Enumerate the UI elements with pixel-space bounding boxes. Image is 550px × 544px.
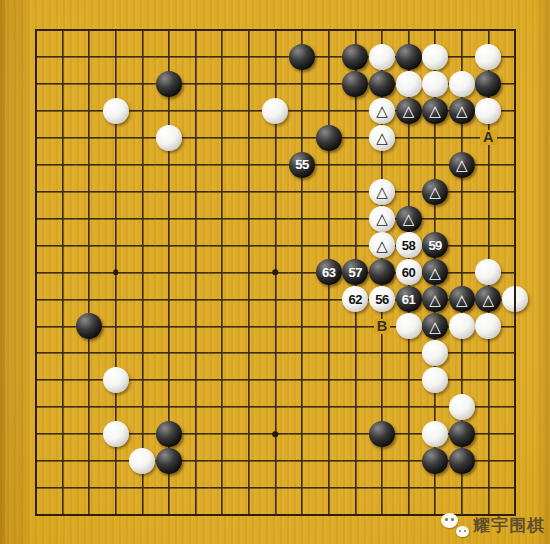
board-intersection[interactable] [236, 124, 263, 151]
board-intersection[interactable] [76, 340, 103, 367]
board-intersection[interactable] [395, 501, 422, 528]
board-intersection[interactable] [49, 501, 76, 528]
board-intersection[interactable] [475, 97, 502, 124]
board-intersection[interactable] [448, 232, 475, 259]
board-intersection[interactable] [49, 286, 76, 313]
board-intersection[interactable] [182, 232, 209, 259]
board-intersection[interactable] [76, 286, 103, 313]
board-intersection[interactable] [315, 421, 342, 448]
board-intersection[interactable] [23, 421, 50, 448]
board-intersection[interactable] [262, 259, 289, 286]
board-intersection[interactable] [156, 97, 183, 124]
board-intersection[interactable] [23, 474, 50, 501]
board-intersection[interactable] [422, 421, 449, 448]
board-intersection[interactable] [395, 151, 422, 178]
board-intersection[interactable] [129, 124, 156, 151]
board-intersection[interactable] [369, 501, 396, 528]
board-intersection[interactable] [103, 448, 130, 475]
board-intersection[interactable] [236, 151, 263, 178]
board-intersection[interactable] [395, 313, 422, 340]
board-intersection[interactable] [289, 43, 316, 70]
board-intersection[interactable] [475, 367, 502, 394]
board-intersection[interactable] [209, 151, 236, 178]
board-intersection[interactable] [129, 501, 156, 528]
board-intersection[interactable] [76, 501, 103, 528]
board-intersection[interactable] [23, 367, 50, 394]
board-intersection[interactable] [182, 340, 209, 367]
board-intersection[interactable]: △ [422, 286, 449, 313]
board-intersection[interactable] [502, 178, 529, 205]
board-intersection[interactable] [209, 178, 236, 205]
board-intersection[interactable]: △ [448, 151, 475, 178]
board-intersection[interactable]: 58 [395, 232, 422, 259]
board-intersection[interactable]: 63 [315, 259, 342, 286]
board-intersection[interactable] [448, 43, 475, 70]
board-intersection[interactable]: 55 [289, 151, 316, 178]
board-intersection[interactable] [342, 43, 369, 70]
board-intersection[interactable] [395, 43, 422, 70]
board-intersection[interactable] [315, 474, 342, 501]
board-intersection[interactable] [156, 474, 183, 501]
board-intersection[interactable] [475, 421, 502, 448]
board-intersection[interactable] [182, 178, 209, 205]
board-intersection[interactable] [23, 70, 50, 97]
board-intersection[interactable] [236, 448, 263, 475]
board-intersection[interactable]: △ [422, 313, 449, 340]
board-intersection[interactable] [315, 17, 342, 44]
board-intersection[interactable] [129, 394, 156, 421]
board-intersection[interactable] [103, 151, 130, 178]
board-intersection[interactable] [342, 178, 369, 205]
board-intersection[interactable] [129, 70, 156, 97]
board-intersection[interactable] [289, 394, 316, 421]
board-intersection[interactable] [49, 259, 76, 286]
board-intersection[interactable] [49, 124, 76, 151]
board-intersection[interactable] [236, 474, 263, 501]
board-intersection[interactable] [129, 313, 156, 340]
board-intersection[interactable] [315, 448, 342, 475]
board-intersection[interactable] [448, 367, 475, 394]
board-intersection[interactable]: A [475, 124, 502, 151]
board-intersection[interactable]: 61 [395, 286, 422, 313]
board-intersection[interactable] [76, 474, 103, 501]
board-intersection[interactable] [49, 394, 76, 421]
board-intersection[interactable] [262, 151, 289, 178]
board-intersection[interactable] [182, 474, 209, 501]
board-intersection[interactable] [103, 286, 130, 313]
board-intersection[interactable] [49, 17, 76, 44]
board-intersection[interactable] [475, 474, 502, 501]
board-intersection[interactable] [156, 501, 183, 528]
board-intersection[interactable] [49, 367, 76, 394]
board-intersection[interactable] [236, 340, 263, 367]
board-intersection[interactable] [49, 151, 76, 178]
board-intersection[interactable] [103, 178, 130, 205]
board-intersection[interactable] [129, 421, 156, 448]
board-intersection[interactable] [23, 448, 50, 475]
board-intersection[interactable] [129, 474, 156, 501]
board-intersection[interactable] [156, 70, 183, 97]
board-intersection[interactable]: △ [422, 97, 449, 124]
board-intersection[interactable]: △ [422, 259, 449, 286]
board-intersection[interactable] [448, 474, 475, 501]
board-intersection[interactable] [342, 421, 369, 448]
board-intersection[interactable] [502, 448, 529, 475]
board-intersection[interactable] [502, 70, 529, 97]
board-intersection[interactable] [76, 124, 103, 151]
board-intersection[interactable] [289, 205, 316, 232]
board-intersection[interactable] [209, 97, 236, 124]
board-intersection[interactable] [182, 286, 209, 313]
board-intersection[interactable] [289, 17, 316, 44]
board-intersection[interactable]: △ [369, 178, 396, 205]
board-intersection[interactable] [76, 151, 103, 178]
board-intersection[interactable] [23, 313, 50, 340]
board-intersection[interactable]: △ [395, 205, 422, 232]
board-intersection[interactable] [315, 286, 342, 313]
board-intersection[interactable] [262, 448, 289, 475]
board-intersection[interactable] [209, 43, 236, 70]
board-intersection[interactable] [315, 367, 342, 394]
board-intersection[interactable] [475, 43, 502, 70]
board-intersection[interactable]: △ [422, 178, 449, 205]
board-intersection[interactable]: △ [448, 286, 475, 313]
board-intersection[interactable] [76, 178, 103, 205]
board-intersection[interactable] [342, 232, 369, 259]
board-intersection[interactable] [502, 17, 529, 44]
board-intersection[interactable] [23, 259, 50, 286]
board-intersection[interactable] [236, 421, 263, 448]
board-intersection[interactable] [236, 259, 263, 286]
board-intersection[interactable] [422, 151, 449, 178]
board-intersection[interactable] [182, 97, 209, 124]
board-intersection[interactable] [395, 367, 422, 394]
board-intersection[interactable] [502, 205, 529, 232]
board-intersection[interactable] [342, 501, 369, 528]
board-intersection[interactable] [103, 340, 130, 367]
board-intersection[interactable] [369, 394, 396, 421]
board-intersection[interactable] [448, 70, 475, 97]
board-intersection[interactable] [369, 340, 396, 367]
board-intersection[interactable] [475, 17, 502, 44]
board-intersection[interactable] [76, 448, 103, 475]
board-intersection[interactable] [262, 367, 289, 394]
board-intersection[interactable] [422, 367, 449, 394]
board-intersection[interactable] [129, 43, 156, 70]
board-intersection[interactable] [182, 313, 209, 340]
board-intersection[interactable]: 57 [342, 259, 369, 286]
board-intersection[interactable] [236, 394, 263, 421]
board-intersection[interactable] [289, 259, 316, 286]
board-intersection[interactable] [502, 421, 529, 448]
board-intersection[interactable] [23, 43, 50, 70]
board-intersection[interactable] [156, 313, 183, 340]
board-intersection[interactable] [156, 340, 183, 367]
board-intersection[interactable]: △ [369, 97, 396, 124]
board-intersection[interactable] [103, 205, 130, 232]
board-intersection[interactable] [76, 259, 103, 286]
board-intersection[interactable] [236, 17, 263, 44]
board-intersection[interactable] [475, 151, 502, 178]
board-intersection[interactable] [262, 178, 289, 205]
board-intersection[interactable] [315, 178, 342, 205]
board-intersection[interactable] [422, 124, 449, 151]
board-intersection[interactable] [156, 232, 183, 259]
board-intersection[interactable] [49, 421, 76, 448]
board-intersection[interactable] [315, 43, 342, 70]
board-intersection[interactable] [262, 70, 289, 97]
board-intersection[interactable] [156, 17, 183, 44]
board-intersection[interactable] [315, 205, 342, 232]
board-intersection[interactable] [395, 474, 422, 501]
board-intersection[interactable] [422, 474, 449, 501]
board-intersection[interactable] [262, 97, 289, 124]
board-intersection[interactable] [156, 124, 183, 151]
board-intersection[interactable] [76, 232, 103, 259]
board-intersection[interactable]: △ [475, 286, 502, 313]
board-intersection[interactable] [209, 232, 236, 259]
board-intersection[interactable] [182, 17, 209, 44]
board-intersection[interactable] [262, 17, 289, 44]
board-intersection[interactable] [182, 259, 209, 286]
board-intersection[interactable] [156, 367, 183, 394]
board-intersection[interactable] [23, 232, 50, 259]
board-intersection[interactable] [422, 205, 449, 232]
board-intersection[interactable] [129, 97, 156, 124]
board-intersection[interactable] [475, 394, 502, 421]
board-intersection[interactable] [315, 313, 342, 340]
board-intersection[interactable] [342, 448, 369, 475]
board-intersection[interactable] [475, 313, 502, 340]
board-intersection[interactable] [502, 286, 529, 313]
board-intersection[interactable] [262, 286, 289, 313]
board-intersection[interactable] [103, 124, 130, 151]
board-intersection[interactable] [209, 474, 236, 501]
board-intersection[interactable] [76, 313, 103, 340]
board-intersection[interactable] [289, 421, 316, 448]
board-intersection[interactable] [475, 448, 502, 475]
board-intersection[interactable] [209, 286, 236, 313]
board-intersection[interactable] [236, 178, 263, 205]
board-intersection[interactable] [342, 340, 369, 367]
board-intersection[interactable] [49, 448, 76, 475]
board-intersection[interactable] [103, 232, 130, 259]
board-intersection[interactable] [502, 43, 529, 70]
board-intersection[interactable] [103, 313, 130, 340]
board-intersection[interactable] [76, 394, 103, 421]
board-intersection[interactable] [23, 151, 50, 178]
board-intersection[interactable] [342, 151, 369, 178]
board-intersection[interactable] [182, 394, 209, 421]
board-intersection[interactable] [129, 286, 156, 313]
board-intersection[interactable] [103, 43, 130, 70]
board-intersection[interactable] [23, 97, 50, 124]
board-intersection[interactable] [23, 286, 50, 313]
board-intersection[interactable] [502, 367, 529, 394]
board-intersection[interactable] [156, 178, 183, 205]
board-intersection[interactable] [76, 367, 103, 394]
board-intersection[interactable] [76, 205, 103, 232]
board-intersection[interactable]: △ [369, 232, 396, 259]
board-intersection[interactable] [236, 313, 263, 340]
board-intersection[interactable] [502, 97, 529, 124]
board-intersection[interactable] [289, 367, 316, 394]
board-intersection[interactable] [209, 259, 236, 286]
board-intersection[interactable] [49, 70, 76, 97]
board-intersection[interactable] [156, 43, 183, 70]
board-intersection[interactable] [502, 474, 529, 501]
board-intersection[interactable] [289, 97, 316, 124]
board-intersection[interactable] [422, 17, 449, 44]
board-intersection[interactable] [262, 232, 289, 259]
board-intersection[interactable] [156, 286, 183, 313]
board-intersection[interactable] [315, 97, 342, 124]
board-intersection[interactable] [156, 394, 183, 421]
board-intersection[interactable] [182, 70, 209, 97]
board-intersection[interactable] [502, 340, 529, 367]
board-intersection[interactable] [342, 474, 369, 501]
board-intersection[interactable] [209, 367, 236, 394]
board-intersection[interactable] [129, 367, 156, 394]
board-intersection[interactable] [475, 232, 502, 259]
board-intersection[interactable] [182, 205, 209, 232]
board-intersection[interactable] [209, 394, 236, 421]
board-intersection[interactable] [448, 205, 475, 232]
board-intersection[interactable] [395, 421, 422, 448]
board-intersection[interactable] [395, 340, 422, 367]
board-intersection[interactable] [422, 394, 449, 421]
board-intersection[interactable] [448, 394, 475, 421]
board-intersection[interactable] [448, 259, 475, 286]
board-intersection[interactable] [23, 501, 50, 528]
board-intersection[interactable] [236, 205, 263, 232]
board-intersection[interactable] [262, 394, 289, 421]
board-intersection[interactable] [103, 259, 130, 286]
board-intersection[interactable] [209, 340, 236, 367]
board-intersection[interactable] [49, 232, 76, 259]
board-intersection[interactable] [315, 124, 342, 151]
board-intersection[interactable] [262, 340, 289, 367]
board-intersection[interactable] [156, 448, 183, 475]
board-intersection[interactable] [262, 124, 289, 151]
board-intersection[interactable]: 56 [369, 286, 396, 313]
board-intersection[interactable] [103, 17, 130, 44]
board-intersection[interactable] [236, 286, 263, 313]
board-intersection[interactable] [395, 17, 422, 44]
board-intersection[interactable] [289, 178, 316, 205]
board-intersection[interactable] [236, 232, 263, 259]
board-intersection[interactable] [369, 151, 396, 178]
board-intersection[interactable] [422, 43, 449, 70]
board-intersection[interactable] [209, 448, 236, 475]
board-intersection[interactable] [103, 394, 130, 421]
board-intersection[interactable] [369, 17, 396, 44]
board-intersection[interactable] [289, 70, 316, 97]
board-intersection[interactable] [315, 340, 342, 367]
board-intersection[interactable] [23, 124, 50, 151]
board-intersection[interactable] [448, 448, 475, 475]
board-intersection[interactable] [475, 340, 502, 367]
board-intersection[interactable] [289, 232, 316, 259]
board-intersection[interactable] [49, 205, 76, 232]
board-intersection[interactable] [236, 501, 263, 528]
board-intersection[interactable] [448, 340, 475, 367]
board-intersection[interactable] [49, 474, 76, 501]
board-intersection[interactable] [289, 448, 316, 475]
board-intersection[interactable] [475, 205, 502, 232]
board-intersection[interactable] [342, 124, 369, 151]
board-intersection[interactable] [129, 205, 156, 232]
board-intersection[interactable] [209, 313, 236, 340]
board-intersection[interactable] [209, 205, 236, 232]
board-intersection[interactable] [342, 367, 369, 394]
board-intersection[interactable] [315, 501, 342, 528]
board-intersection[interactable] [369, 259, 396, 286]
board-intersection[interactable] [156, 205, 183, 232]
board-intersection[interactable]: △ [395, 97, 422, 124]
board-intersection[interactable] [49, 313, 76, 340]
board-intersection[interactable] [448, 17, 475, 44]
board-intersection[interactable] [262, 43, 289, 70]
board-intersection[interactable] [342, 394, 369, 421]
board-intersection[interactable] [49, 178, 76, 205]
board-intersection[interactable]: B [369, 313, 396, 340]
board-intersection[interactable] [236, 97, 263, 124]
board-intersection[interactable] [369, 70, 396, 97]
board-intersection[interactable] [475, 70, 502, 97]
board-intersection[interactable] [289, 501, 316, 528]
board-intersection[interactable] [236, 70, 263, 97]
board-intersection[interactable]: △ [369, 124, 396, 151]
board-intersection[interactable] [502, 313, 529, 340]
board-intersection[interactable] [76, 43, 103, 70]
board-intersection[interactable] [209, 70, 236, 97]
board-intersection[interactable] [182, 151, 209, 178]
board-intersection[interactable]: 62 [342, 286, 369, 313]
board-intersection[interactable] [182, 448, 209, 475]
board-intersection[interactable] [182, 421, 209, 448]
board-intersection[interactable] [76, 97, 103, 124]
board-intersection[interactable] [23, 205, 50, 232]
board-intersection[interactable] [369, 448, 396, 475]
board-intersection[interactable] [156, 259, 183, 286]
board-intersection[interactable] [502, 124, 529, 151]
board-intersection[interactable] [236, 367, 263, 394]
board-intersection[interactable] [315, 232, 342, 259]
board-intersection[interactable] [23, 178, 50, 205]
board-intersection[interactable] [129, 17, 156, 44]
board-intersection[interactable] [315, 151, 342, 178]
board-intersection[interactable]: △ [448, 97, 475, 124]
board-intersection[interactable] [502, 394, 529, 421]
board-intersection[interactable] [103, 70, 130, 97]
board-intersection[interactable] [262, 313, 289, 340]
board-intersection[interactable] [262, 205, 289, 232]
board-intersection[interactable] [262, 474, 289, 501]
board-intersection[interactable] [289, 313, 316, 340]
board-intersection[interactable] [76, 17, 103, 44]
board-intersection[interactable] [395, 70, 422, 97]
board-intersection[interactable] [103, 474, 130, 501]
board-intersection[interactable] [23, 340, 50, 367]
board-intersection[interactable] [369, 367, 396, 394]
board-intersection[interactable] [129, 259, 156, 286]
board-intersection[interactable] [262, 501, 289, 528]
board-intersection[interactable] [395, 394, 422, 421]
board-intersection[interactable] [236, 43, 263, 70]
board-intersection[interactable] [395, 124, 422, 151]
board-intersection[interactable] [369, 43, 396, 70]
